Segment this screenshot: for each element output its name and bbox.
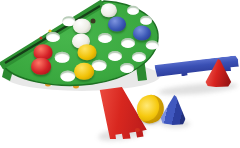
empty-hole [46, 32, 60, 42]
red-cone-in-hole [31, 58, 51, 75]
empty-hole [98, 33, 112, 43]
yellow-cone-in-hole [78, 44, 97, 60]
empty-hole [108, 51, 122, 61]
yellow-cone-in-hole [74, 63, 94, 80]
product-photo-scene [0, 0, 240, 148]
empty-hole [55, 52, 70, 63]
white-cone-in-hole [73, 19, 91, 34]
empty-hole [140, 16, 152, 25]
empty-hole [120, 63, 134, 73]
empty-hole [127, 6, 139, 15]
empty-hole [60, 71, 75, 82]
small-dark-hole [91, 19, 96, 24]
white-cone-in-hole [101, 3, 117, 17]
empty-hole [132, 52, 146, 62]
empty-hole [146, 41, 159, 50]
blue-cone-in-hole [133, 26, 151, 41]
blue-cone-in-hole [108, 17, 126, 32]
empty-hole [121, 38, 135, 48]
red-speck [135, 128, 140, 132]
